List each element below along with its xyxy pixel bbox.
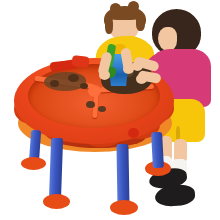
table-drain-clip xyxy=(128,128,139,138)
red-sand-tool xyxy=(71,55,89,68)
sand-clump xyxy=(68,74,79,82)
basin-divider-hub xyxy=(88,85,101,97)
sand-clump xyxy=(98,106,106,112)
right-child-hand xyxy=(136,74,147,84)
right-child-face xyxy=(158,27,177,51)
table-foot xyxy=(110,200,138,215)
product-photo: Product photograph: two young children p… xyxy=(0,0,220,220)
table-foot xyxy=(21,157,46,170)
right-child-hand xyxy=(132,61,143,71)
left-child-hand xyxy=(99,70,110,80)
sand-clump xyxy=(50,80,59,87)
table-leg xyxy=(49,138,63,202)
left-child-hair xyxy=(136,14,145,31)
table-leg xyxy=(116,144,129,208)
left-child-hair xyxy=(105,16,113,34)
table-leg xyxy=(151,132,164,169)
sand-clump xyxy=(80,83,88,89)
sand-clump xyxy=(86,101,95,108)
table-foot xyxy=(43,194,70,209)
